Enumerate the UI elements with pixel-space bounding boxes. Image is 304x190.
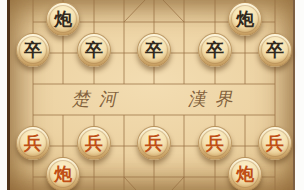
piece-red-cannon-f1r7[interactable]: 炮 xyxy=(46,157,80,190)
piece-red-soldier-f8r6[interactable]: 兵 xyxy=(258,126,292,160)
piece-black-cannon-f7r2[interactable]: 炮 xyxy=(228,2,262,36)
piece-black-soldier-f2r3[interactable]: 卒 xyxy=(77,33,111,67)
piece-black-soldier-f8r3[interactable]: 卒 xyxy=(258,33,292,67)
piece-red-soldier-f6r6[interactable]: 兵 xyxy=(198,126,232,160)
xiangqi-app-screenshot: 楚河 漢界 炮炮卒卒卒卒卒兵兵兵兵兵炮炮 xyxy=(0,0,304,190)
piece-red-soldier-f0r6[interactable]: 兵 xyxy=(16,126,50,160)
piece-black-soldier-f6r3[interactable]: 卒 xyxy=(198,33,232,67)
piece-black-soldier-f0r3[interactable]: 卒 xyxy=(16,33,50,67)
piece-black-cannon-f1r2[interactable]: 炮 xyxy=(46,2,80,36)
piece-black-soldier-f4r3[interactable]: 卒 xyxy=(137,33,171,67)
river-label-chu-he: 楚河 xyxy=(70,87,129,111)
piece-red-soldier-f4r6[interactable]: 兵 xyxy=(137,126,171,160)
piece-red-soldier-f2r6[interactable]: 兵 xyxy=(77,126,111,160)
river-label-han-jie: 漢界 xyxy=(186,87,245,111)
piece-red-cannon-f7r7[interactable]: 炮 xyxy=(228,157,262,190)
